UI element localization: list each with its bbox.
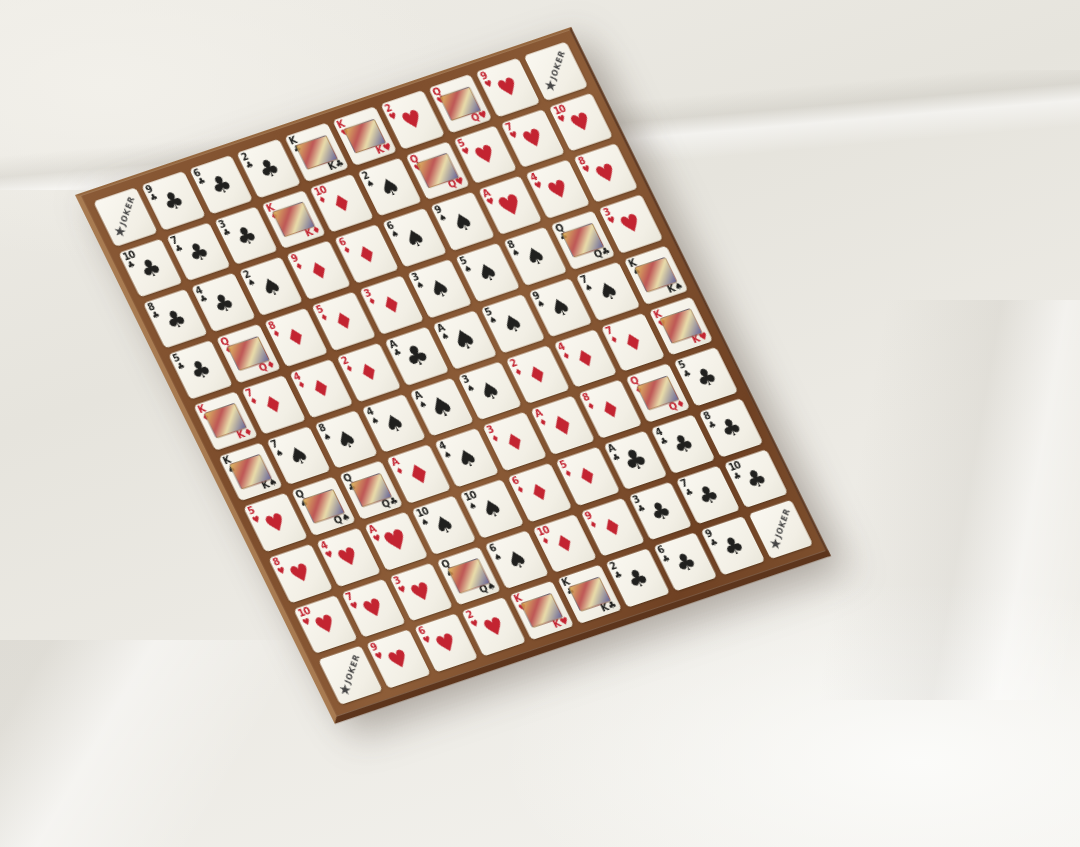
face-art: [416, 153, 459, 189]
face-art: [272, 202, 315, 238]
face-art: [659, 308, 702, 344]
face-art: [447, 558, 490, 594]
face-art: [561, 222, 604, 258]
face-art: [634, 257, 677, 293]
face-art: [439, 86, 482, 122]
face-art: [295, 134, 338, 170]
game-board-wrapper: ★JOKER9♣♣6♣♣2♣♣K♣K♣K♥K♥2♥♥Q♥Q♥9♥♥★JOKER1…: [75, 27, 831, 724]
face-art: [302, 489, 345, 525]
face-art: [227, 336, 270, 372]
face-art: [636, 375, 679, 411]
face-art: [520, 593, 563, 629]
face-art: [568, 577, 611, 613]
face-art: [349, 472, 392, 508]
card-grid: ★JOKER9♣♣6♣♣2♣♣K♣K♣K♥K♥2♥♥Q♥Q♥9♥♥★JOKER1…: [93, 42, 813, 705]
face-art: [204, 403, 247, 439]
sheet-crease: [820, 300, 1080, 700]
face-art: [229, 454, 272, 490]
wooden-board: ★JOKER9♣♣6♣♣2♣♣K♣K♣K♥K♥2♥♥Q♥Q♥9♥♥★JOKER1…: [75, 27, 831, 724]
face-art: [343, 118, 386, 154]
